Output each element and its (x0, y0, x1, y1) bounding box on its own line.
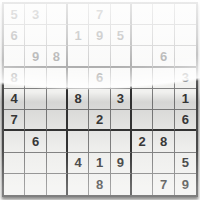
cell-r8c7[interactable] (132, 153, 153, 174)
cell-r9c7[interactable] (132, 174, 153, 195)
cell-r1c8[interactable] (153, 4, 174, 25)
cell-r2c6[interactable]: 5 (111, 25, 132, 46)
cell-r9c6[interactable] (111, 174, 132, 195)
cell-r5c4[interactable]: 8 (68, 89, 89, 110)
cell-r7c6[interactable] (111, 131, 132, 152)
cell-r3c6[interactable] (111, 46, 132, 67)
cell-r6c8[interactable] (153, 110, 174, 131)
cell-r8c2[interactable] (25, 153, 46, 174)
cell-r2c2[interactable] (25, 25, 46, 46)
cell-r1c6[interactable] (111, 4, 132, 25)
cell-r9c9[interactable]: 9 (175, 174, 196, 195)
cell-r5c5[interactable] (89, 89, 110, 110)
cell-r1c7[interactable] (132, 4, 153, 25)
cell-r5c3[interactable] (47, 89, 68, 110)
cell-r1c5[interactable]: 7 (89, 4, 110, 25)
cell-r3c5[interactable] (89, 46, 110, 67)
cell-r6c5[interactable]: 2 (89, 110, 110, 131)
cell-r7c1[interactable] (4, 131, 25, 152)
cell-r3c2[interactable]: 9 (25, 46, 46, 67)
cell-r1c4[interactable] (68, 4, 89, 25)
cell-r8c3[interactable] (47, 153, 68, 174)
cell-r2c5[interactable]: 9 (89, 25, 110, 46)
cell-r3c4[interactable] (68, 46, 89, 67)
sudoku-board: 537619598686348317266284195879 (2, 2, 198, 197)
cell-r9c2[interactable] (25, 174, 46, 195)
cell-r1c2[interactable]: 3 (25, 4, 46, 25)
cell-r9c3[interactable] (47, 174, 68, 195)
cell-r5c8[interactable] (153, 89, 174, 110)
cell-r8c6[interactable]: 9 (111, 153, 132, 174)
cell-r6c9[interactable]: 6 (175, 110, 196, 131)
cell-r8c9[interactable]: 5 (175, 153, 196, 174)
cell-r7c9[interactable] (175, 131, 196, 152)
cell-r5c9[interactable]: 1 (175, 89, 196, 110)
cell-r2c3[interactable] (47, 25, 68, 46)
cell-r7c3[interactable] (47, 131, 68, 152)
cell-r7c8[interactable]: 8 (153, 131, 174, 152)
cell-r3c7[interactable] (132, 46, 153, 67)
cell-r2c8[interactable] (153, 25, 174, 46)
cell-r3c1[interactable] (4, 46, 25, 67)
cell-r4c6[interactable] (111, 68, 132, 89)
cell-r5c2[interactable] (25, 89, 46, 110)
cell-r7c4[interactable] (68, 131, 89, 152)
cell-r2c4[interactable]: 1 (68, 25, 89, 46)
cell-r6c3[interactable] (47, 110, 68, 131)
cell-r9c8[interactable]: 7 (153, 174, 174, 195)
cell-r5c6[interactable]: 3 (111, 89, 132, 110)
cell-r8c1[interactable] (4, 153, 25, 174)
cell-r9c4[interactable] (68, 174, 89, 195)
cell-r4c1[interactable]: 8 (4, 68, 25, 89)
cell-r2c1[interactable]: 6 (4, 25, 25, 46)
cell-r4c5[interactable]: 6 (89, 68, 110, 89)
cell-r5c7[interactable] (132, 89, 153, 110)
cell-r2c9[interactable] (175, 25, 196, 46)
cell-r4c9[interactable]: 3 (175, 68, 196, 89)
cell-r4c4[interactable] (68, 68, 89, 89)
cell-r3c9[interactable] (175, 46, 196, 67)
cell-r8c5[interactable]: 1 (89, 153, 110, 174)
cell-r6c4[interactable] (68, 110, 89, 131)
cell-r7c2[interactable]: 6 (25, 131, 46, 152)
cell-r6c7[interactable] (132, 110, 153, 131)
cell-r7c5[interactable] (89, 131, 110, 152)
cell-r2c7[interactable] (132, 25, 153, 46)
cell-r3c3[interactable]: 8 (47, 46, 68, 67)
cell-r1c3[interactable] (47, 4, 68, 25)
cell-r9c5[interactable]: 8 (89, 174, 110, 195)
cell-r1c1[interactable]: 5 (4, 4, 25, 25)
cell-r4c3[interactable] (47, 68, 68, 89)
cell-r6c6[interactable] (111, 110, 132, 131)
cell-r5c1[interactable]: 4 (4, 89, 25, 110)
cell-r4c2[interactable] (25, 68, 46, 89)
cell-r6c1[interactable]: 7 (4, 110, 25, 131)
cell-r9c1[interactable] (4, 174, 25, 195)
cell-r4c8[interactable] (153, 68, 174, 89)
cell-r3c8[interactable]: 6 (153, 46, 174, 67)
cell-r8c8[interactable] (153, 153, 174, 174)
cell-r6c2[interactable] (25, 110, 46, 131)
cell-r4c7[interactable] (132, 68, 153, 89)
sudoku-icon-frame: 537619598686348317266284195879 (0, 0, 200, 200)
cell-r7c7[interactable]: 2 (132, 131, 153, 152)
cell-r8c4[interactable]: 4 (68, 153, 89, 174)
cell-r1c9[interactable] (175, 4, 196, 25)
